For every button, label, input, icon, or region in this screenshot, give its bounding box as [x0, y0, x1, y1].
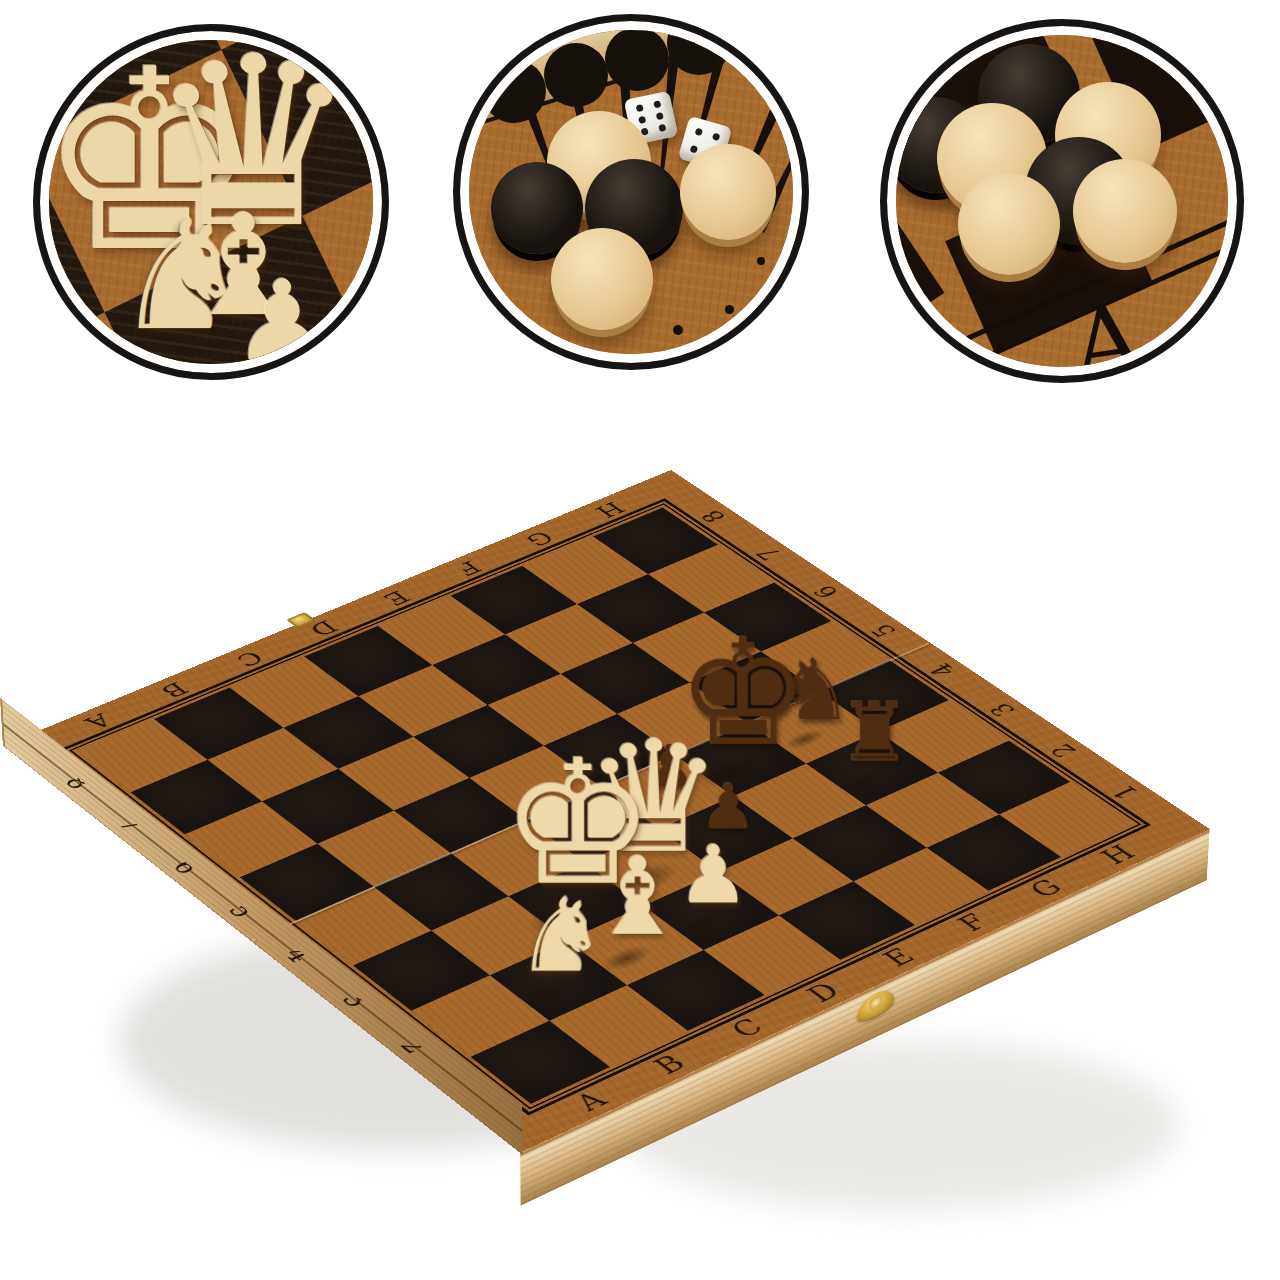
inset-chess-photo: ♚♛♞♝♟	[49, 40, 373, 364]
closeup-pawn: ♟	[232, 268, 332, 364]
knight-glyph: ♞	[405, 888, 717, 982]
checkers-disc-light	[1073, 159, 1177, 263]
point-scallop	[728, 30, 792, 62]
backgammon-checker-light	[551, 228, 653, 330]
board-scene: ABCDEFGH ABCDEFGH 87654321 87654321 ♟♚♞♟…	[0, 378, 1280, 1278]
inset-chess-closeup: ♚♛♞♝♟	[33, 24, 389, 380]
product-photo: ♚♛♞♝♟	[0, 0, 1280, 1280]
chess-board: ABCDEFGH ABCDEFGH 87654321 87654321 ♟♚♞♟…	[3, 470, 1210, 1153]
inset-checkers-closeup: A	[880, 19, 1244, 383]
board-top-face: ABCDEFGH ABCDEFGH 87654321 87654321 ♟♚♞♟…	[3, 470, 1210, 1153]
backgammon-checkers-group	[469, 30, 793, 354]
backgammon-checker-light	[680, 144, 776, 240]
inset-checkers-photo: A	[896, 35, 1228, 367]
checkers-discs-group	[896, 35, 1228, 367]
inset-chess-pieces: ♚♛♞♝♟	[49, 40, 373, 364]
inset-backgammon-closeup	[453, 14, 809, 370]
checkers-disc-light	[958, 173, 1060, 275]
inset-backgammon-photo	[469, 30, 793, 354]
